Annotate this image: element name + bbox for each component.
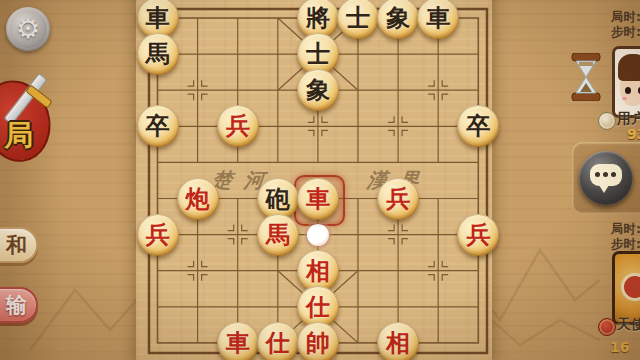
piece-red-車[interactable]: 車 xyxy=(297,178,339,220)
avatar-emblem xyxy=(621,273,640,301)
settings-button[interactable]: ⚙ xyxy=(6,7,50,51)
my-score: 16 xyxy=(610,339,629,355)
my-rank-coin xyxy=(598,318,616,336)
piece-red-兵[interactable]: 兵 xyxy=(217,105,259,147)
game-screen: 楚河 漢界 車將士象車馬士象卒卒砲兵炮車兵兵馬兵相仕車仕帥相 ⚙ 局 和 输 局… xyxy=(0,0,640,360)
chat-button[interactable] xyxy=(579,151,633,205)
avatar-blush xyxy=(622,97,627,100)
piece-red-帥[interactable]: 帥 xyxy=(297,322,339,360)
piece-red-兵[interactable]: 兵 xyxy=(137,214,179,256)
piece-black-卒[interactable]: 卒 xyxy=(137,105,179,147)
avatar-eye xyxy=(625,87,631,94)
resign-button[interactable]: 输 xyxy=(0,287,38,323)
game-mode-badge: 局 xyxy=(0,70,58,166)
last-move-origin-dot xyxy=(307,224,329,246)
avatar-hair xyxy=(618,54,640,81)
piece-red-兵[interactable]: 兵 xyxy=(377,178,419,220)
piece-red-相[interactable]: 相 xyxy=(377,322,419,360)
my-name: 天使 xyxy=(617,316,640,334)
piece-red-兵[interactable]: 兵 xyxy=(457,214,499,256)
piece-red-炮[interactable]: 炮 xyxy=(177,178,219,220)
piece-red-馬[interactable]: 馬 xyxy=(257,214,299,256)
piece-black-象[interactable]: 象 xyxy=(297,69,339,111)
opponent-rank-coin xyxy=(598,112,616,130)
chat-bubble-tail xyxy=(599,185,609,193)
my-avatar[interactable] xyxy=(612,251,640,325)
gear-icon: ⚙ xyxy=(16,13,40,44)
piece-black-卒[interactable]: 卒 xyxy=(457,105,499,147)
piece-red-仕[interactable]: 仕 xyxy=(257,322,299,360)
badge-label: 局 xyxy=(4,116,33,156)
opponent-move-time-label: 步时: xyxy=(611,24,640,41)
opponent-avatar[interactable] xyxy=(612,46,640,118)
piece-black-馬[interactable]: 馬 xyxy=(137,33,179,75)
offer-draw-button[interactable]: 和 xyxy=(0,227,38,263)
chat-bubble-icon xyxy=(590,164,622,186)
piece-red-車[interactable]: 車 xyxy=(217,322,259,360)
opponent-score: 93 xyxy=(627,126,640,142)
hourglass-icon xyxy=(568,53,604,101)
